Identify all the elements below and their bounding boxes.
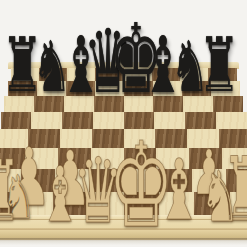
piece-black-rook-h8[interactable]: ♜ (198, 28, 240, 103)
photo-scene: ♜♞♝♛♚♝♞♜♟♟♟♜♞♝♛♚♝♞♜ (0, 0, 247, 247)
piece-white-knight-g1[interactable]: ♞ (201, 162, 240, 232)
pieces-layer: ♜♞♝♛♚♝♞♜♟♟♟♜♞♝♛♚♝♞♜ (0, 0, 247, 247)
piece-white-king-e1[interactable]: ♚ (108, 126, 174, 244)
piece-white-rook-a1[interactable]: ♜ (0, 149, 21, 233)
